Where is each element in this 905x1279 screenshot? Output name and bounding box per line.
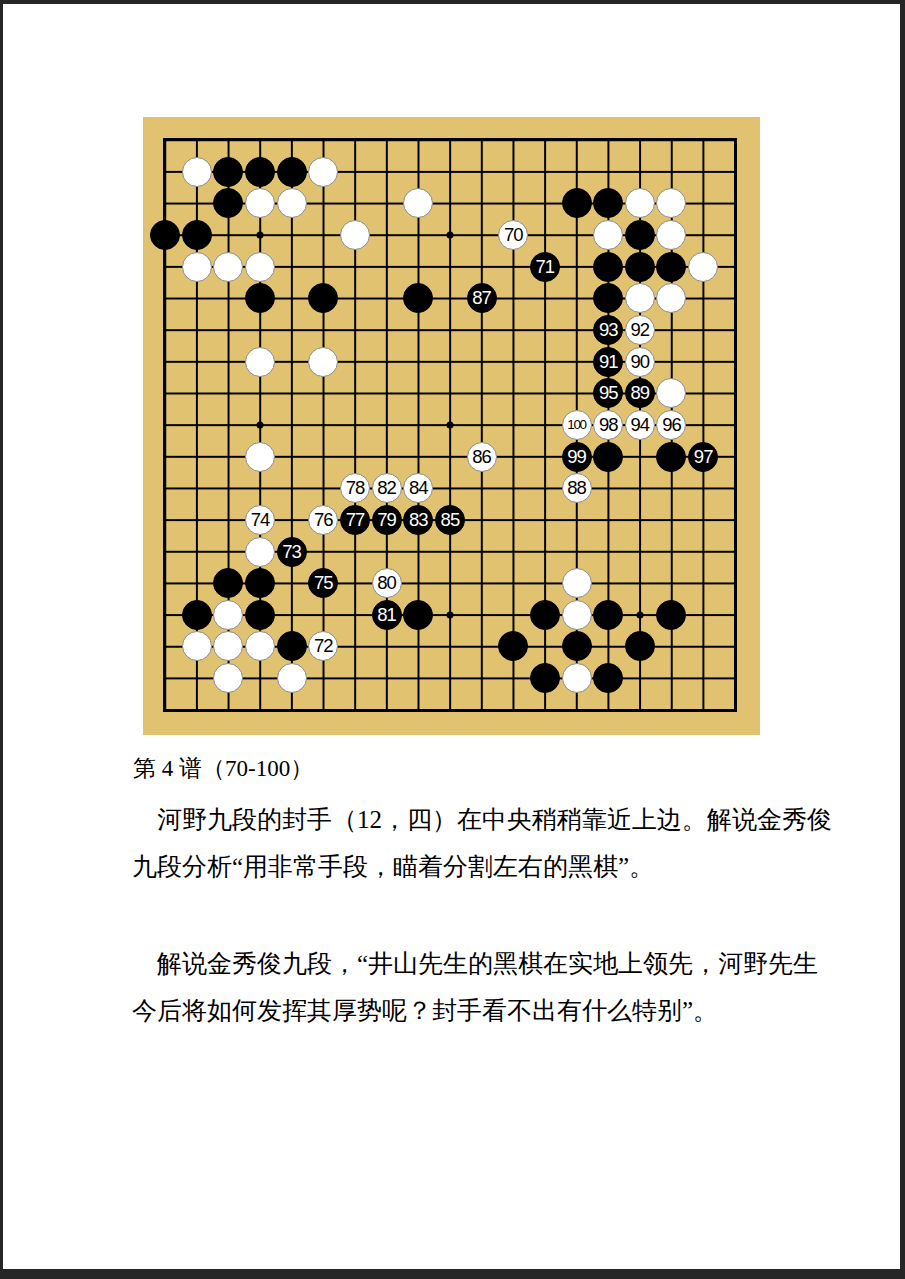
stone-move-77: 77 xyxy=(340,505,370,535)
page: 7071879392919095891009894968699977882848… xyxy=(3,4,900,1269)
stone-white xyxy=(562,568,592,598)
stone-white xyxy=(688,252,718,282)
stone-move-81: 81 xyxy=(372,600,402,630)
stone-move-74: 74 xyxy=(245,505,275,535)
stone-white xyxy=(340,220,370,250)
stone-move-83: 83 xyxy=(403,505,433,535)
commentary-line: 解说金秀俊九段，“井山先生的黑棋在实地上领先，河野先生 xyxy=(132,940,780,987)
stone-white xyxy=(182,631,212,661)
stone-black xyxy=(498,631,528,661)
stone-black xyxy=(150,220,180,250)
page-frame: 7071879392919095891009894968699977882848… xyxy=(0,0,905,1279)
stone-black xyxy=(593,442,623,472)
stone-move-79: 79 xyxy=(372,505,402,535)
stone-white xyxy=(213,663,243,693)
stone-move-97: 97 xyxy=(688,442,718,472)
stone-white xyxy=(593,220,623,250)
diagram-caption: 第 4 谱（70-100） xyxy=(133,753,313,784)
stone-move-93: 93 xyxy=(593,315,623,345)
stone-black xyxy=(656,252,686,282)
stone-black xyxy=(562,631,592,661)
stone-black xyxy=(562,188,592,218)
stone-black xyxy=(308,283,338,313)
stone-white xyxy=(277,188,307,218)
stone-black xyxy=(213,188,243,218)
stone-move-75: 75 xyxy=(308,568,338,598)
stone-white xyxy=(656,283,686,313)
stone-black xyxy=(213,568,243,598)
stone-black xyxy=(656,600,686,630)
stone-black xyxy=(245,568,275,598)
stone-move-85: 85 xyxy=(435,505,465,535)
stone-move-96: 96 xyxy=(656,410,686,440)
commentary-line: 九段分析“用非常手段，瞄着分割左右的黑棋”。 xyxy=(132,843,780,890)
stone-move-98: 98 xyxy=(593,410,623,440)
stone-white xyxy=(182,157,212,187)
stone-white xyxy=(245,188,275,218)
stone-move-99: 99 xyxy=(562,442,592,472)
stone-move-71: 71 xyxy=(530,252,560,282)
stone-black xyxy=(530,600,560,630)
commentary-paragraph-2: 解说金秀俊九段，“井山先生的黑棋在实地上领先，河野先生今后将如何发挥其厚势呢？封… xyxy=(132,940,780,1034)
stone-move-70: 70 xyxy=(498,220,528,250)
stone-move-84: 84 xyxy=(403,473,433,503)
stone-white xyxy=(656,188,686,218)
stone-move-72: 72 xyxy=(308,631,338,661)
stone-black xyxy=(625,220,655,250)
stone-move-76: 76 xyxy=(308,505,338,535)
stone-black xyxy=(593,663,623,693)
stone-white xyxy=(245,252,275,282)
commentary-paragraph-1: 河野九段的封手（12，四）在中央稍稍靠近上边。解说金秀俊九段分析“用非常手段，瞄… xyxy=(132,796,780,890)
stones-grid: 7071879392919095891009894968699977882848… xyxy=(149,124,750,725)
stone-white xyxy=(562,663,592,693)
stone-move-87: 87 xyxy=(467,283,497,313)
stone-black xyxy=(403,600,433,630)
stone-white xyxy=(213,600,243,630)
stone-move-88: 88 xyxy=(562,473,592,503)
stone-black xyxy=(182,600,212,630)
stone-black xyxy=(593,600,623,630)
stone-white xyxy=(308,347,338,377)
stone-white xyxy=(182,252,212,282)
stone-move-92: 92 xyxy=(625,315,655,345)
stone-white xyxy=(245,347,275,377)
stone-black xyxy=(593,188,623,218)
stone-move-78: 78 xyxy=(340,473,370,503)
stone-white xyxy=(656,378,686,408)
stone-white xyxy=(625,283,655,313)
stone-move-95: 95 xyxy=(593,378,623,408)
stone-move-100: 100 xyxy=(562,410,592,440)
go-board: 7071879392919095891009894968699977882848… xyxy=(143,117,760,735)
stone-move-89: 89 xyxy=(625,378,655,408)
stone-white xyxy=(213,631,243,661)
stone-black xyxy=(213,157,243,187)
stone-black xyxy=(245,600,275,630)
commentary-line: 河野九段的封手（12，四）在中央稍稍靠近上边。解说金秀俊 xyxy=(132,796,780,843)
stone-white xyxy=(277,663,307,693)
stone-black xyxy=(530,663,560,693)
stone-white xyxy=(656,220,686,250)
stone-white xyxy=(562,600,592,630)
stone-black xyxy=(403,283,433,313)
stone-move-82: 82 xyxy=(372,473,402,503)
stone-white xyxy=(245,442,275,472)
stone-black xyxy=(245,157,275,187)
stone-white xyxy=(403,188,433,218)
stone-black xyxy=(245,283,275,313)
stone-move-80: 80 xyxy=(372,568,402,598)
stone-move-90: 90 xyxy=(625,347,655,377)
stone-move-91: 91 xyxy=(593,347,623,377)
stone-black xyxy=(593,252,623,282)
stone-black xyxy=(593,283,623,313)
stone-black xyxy=(277,157,307,187)
stone-white xyxy=(308,157,338,187)
stone-black xyxy=(625,631,655,661)
commentary-line: 今后将如何发挥其厚势呢？封手看不出有什么特别”。 xyxy=(132,987,780,1034)
stone-white xyxy=(213,252,243,282)
stone-black xyxy=(182,220,212,250)
stone-black xyxy=(277,631,307,661)
stone-black xyxy=(656,442,686,472)
stone-white xyxy=(245,537,275,567)
stone-move-94: 94 xyxy=(625,410,655,440)
stone-black xyxy=(625,252,655,282)
stone-white xyxy=(245,631,275,661)
stone-white xyxy=(625,188,655,218)
stone-move-73: 73 xyxy=(277,537,307,567)
stone-move-86: 86 xyxy=(467,442,497,472)
